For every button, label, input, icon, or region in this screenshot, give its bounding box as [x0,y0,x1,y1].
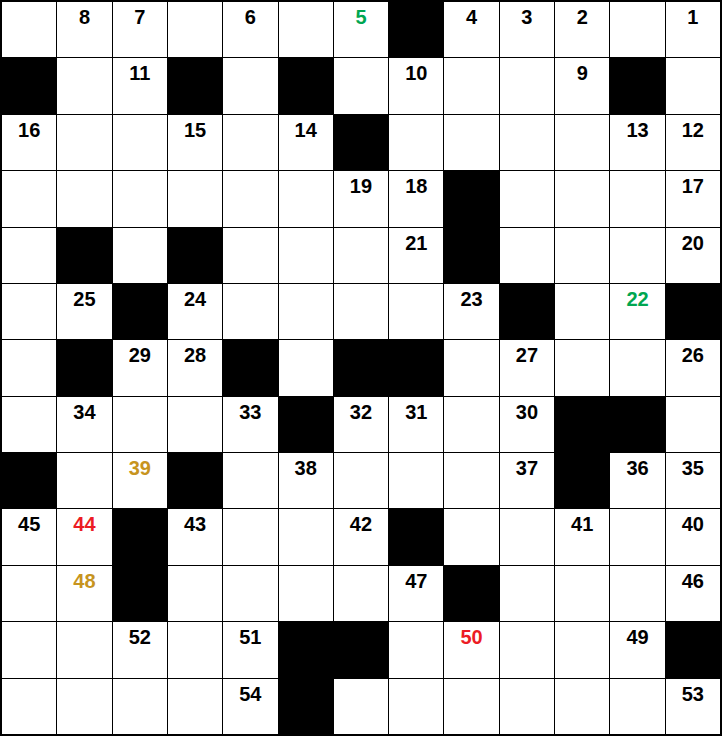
cell-r3c10[interactable] [500,115,554,170]
cell-r1c2[interactable]: 8 [57,2,111,57]
cell-r7c10[interactable]: 27 [500,340,554,395]
clue-number-41: 41 [571,509,593,534]
clue-number-47: 47 [405,566,427,591]
block-cell-r7c7 [334,340,388,395]
clue-number-7: 7 [134,2,145,27]
block-cell-r11c9 [444,566,498,621]
cell-r6c12[interactable]: 22 [610,284,664,339]
cell-r1c12[interactable] [610,2,664,57]
cell-r3c3[interactable] [113,115,167,170]
block-cell-r9c1 [2,453,56,508]
cell-r4c12[interactable] [610,171,664,226]
clue-number-16: 16 [18,115,40,140]
cell-r9c10[interactable]: 37 [500,453,554,508]
clue-number-8: 8 [79,2,90,27]
clue-number-14: 14 [295,115,317,140]
cell-r8c4[interactable] [168,397,222,452]
cell-r7c4[interactable]: 28 [168,340,222,395]
cell-r6c5[interactable] [223,284,277,339]
cell-r11c11[interactable] [555,566,609,621]
cell-r8c2[interactable]: 34 [57,397,111,452]
cell-r4c6[interactable] [279,171,333,226]
block-cell-r4c9 [444,171,498,226]
block-cell-r6c13 [666,284,720,339]
cell-r8c7[interactable]: 32 [334,397,388,452]
clue-number-21: 21 [405,228,427,253]
cell-r5c6[interactable] [279,228,333,283]
cell-r13c11[interactable] [555,679,609,734]
cell-r10c13[interactable]: 40 [666,509,720,564]
cell-r10c9[interactable] [444,509,498,564]
clue-number-3: 3 [521,2,532,27]
cell-r8c8[interactable]: 31 [389,397,443,452]
cell-r6c2[interactable]: 25 [57,284,111,339]
cell-r6c1[interactable] [2,284,56,339]
cell-r7c3[interactable]: 29 [113,340,167,395]
cell-r12c4[interactable] [168,622,222,677]
cell-r12c12[interactable]: 49 [610,622,664,677]
cell-r10c5[interactable] [223,509,277,564]
cell-r6c9[interactable]: 23 [444,284,498,339]
clue-number-29: 29 [129,340,151,365]
cell-r9c6[interactable]: 38 [279,453,333,508]
clue-number-30: 30 [516,397,538,422]
clue-number-42: 42 [350,509,372,534]
clue-number-33: 33 [239,397,261,422]
block-cell-r2c4 [168,58,222,113]
cell-r3c5[interactable] [223,115,277,170]
clue-number-19: 19 [350,171,372,196]
cell-r6c4[interactable]: 24 [168,284,222,339]
cell-r1c1[interactable] [2,2,56,57]
cell-r7c6[interactable] [279,340,333,395]
block-cell-r12c6 [279,622,333,677]
cell-r1c13[interactable]: 1 [666,2,720,57]
cell-r9c2[interactable] [57,453,111,508]
cell-r3c6[interactable]: 14 [279,115,333,170]
cell-r4c11[interactable] [555,171,609,226]
block-cell-r2c1 [2,58,56,113]
clue-number-52: 52 [129,622,151,647]
cell-r13c7[interactable] [334,679,388,734]
clue-number-5: 5 [355,2,366,27]
cell-r5c1[interactable] [2,228,56,283]
cell-r11c7[interactable] [334,566,388,621]
clue-number-22: 22 [626,284,648,309]
cell-r10c12[interactable] [610,509,664,564]
block-cell-r9c11 [555,453,609,508]
block-cell-r2c12 [610,58,664,113]
cell-r11c5[interactable] [223,566,277,621]
cell-r13c13[interactable]: 53 [666,679,720,734]
cell-r10c7[interactable]: 42 [334,509,388,564]
block-cell-r2c6 [279,58,333,113]
cell-r13c10[interactable] [500,679,554,734]
block-cell-r6c10 [500,284,554,339]
cell-r3c4[interactable]: 15 [168,115,222,170]
clue-number-34: 34 [73,397,95,422]
cell-r5c13[interactable]: 20 [666,228,720,283]
cell-r7c9[interactable] [444,340,498,395]
cell-r13c5[interactable]: 54 [223,679,277,734]
clue-number-45: 45 [18,509,40,534]
cell-r11c1[interactable] [2,566,56,621]
cell-r11c8[interactable]: 47 [389,566,443,621]
cell-r2c3[interactable]: 11 [113,58,167,113]
clue-number-46: 46 [682,566,704,591]
cell-r12c10[interactable] [500,622,554,677]
clue-number-18: 18 [405,171,427,196]
cell-r3c2[interactable] [57,115,111,170]
cell-r12c9[interactable]: 50 [444,622,498,677]
cell-r2c5[interactable] [223,58,277,113]
clue-number-37: 37 [516,453,538,478]
cell-r5c7[interactable] [334,228,388,283]
cell-r4c3[interactable] [113,171,167,226]
clue-number-51: 51 [239,622,261,647]
cell-r6c7[interactable] [334,284,388,339]
clue-number-50: 50 [460,622,482,647]
cell-r8c3[interactable] [113,397,167,452]
cell-r13c4[interactable] [168,679,222,734]
cell-r10c10[interactable] [500,509,554,564]
cell-r13c3[interactable] [113,679,167,734]
cell-r2c8[interactable]: 10 [389,58,443,113]
clue-number-49: 49 [626,622,648,647]
cell-r3c12[interactable]: 13 [610,115,664,170]
cell-r3c13[interactable]: 12 [666,115,720,170]
cell-r2c11[interactable]: 9 [555,58,609,113]
cell-r7c11[interactable] [555,340,609,395]
block-cell-r8c6 [279,397,333,452]
clue-number-27: 27 [516,340,538,365]
clue-number-35: 35 [682,453,704,478]
clue-number-20: 20 [682,228,704,253]
cell-r13c8[interactable] [389,679,443,734]
block-cell-r7c5 [223,340,277,395]
cell-r1c3[interactable]: 7 [113,2,167,57]
clue-number-6: 6 [245,2,256,27]
block-cell-r8c12 [610,397,664,452]
cell-r12c2[interactable] [57,622,111,677]
cell-r10c11[interactable]: 41 [555,509,609,564]
cell-r5c11[interactable] [555,228,609,283]
crossword-grid: 8765432111109161514131219181721202524232… [0,0,722,736]
cell-r4c7[interactable]: 19 [334,171,388,226]
cell-r3c11[interactable] [555,115,609,170]
clue-number-26: 26 [682,340,704,365]
cell-r11c10[interactable] [500,566,554,621]
block-cell-r5c2 [57,228,111,283]
cell-r9c13[interactable]: 35 [666,453,720,508]
clue-number-43: 43 [184,509,206,534]
block-cell-r9c4 [168,453,222,508]
block-cell-r1c8 [389,2,443,57]
cell-r6c6[interactable] [279,284,333,339]
cell-r13c2[interactable] [57,679,111,734]
block-cell-r5c4 [168,228,222,283]
block-cell-r6c3 [113,284,167,339]
cell-r2c13[interactable] [666,58,720,113]
clue-number-2: 2 [577,2,588,27]
cell-r5c8[interactable]: 21 [389,228,443,283]
cell-r10c1[interactable]: 45 [2,509,56,564]
cell-r11c13[interactable]: 46 [666,566,720,621]
clue-number-24: 24 [184,284,206,309]
clue-number-11: 11 [129,58,150,83]
cell-r4c13[interactable]: 17 [666,171,720,226]
cell-r9c9[interactable] [444,453,498,508]
cell-r1c7[interactable]: 5 [334,2,388,57]
cell-r5c10[interactable] [500,228,554,283]
clue-number-54: 54 [239,679,261,704]
cell-r4c5[interactable] [223,171,277,226]
cell-r2c10[interactable] [500,58,554,113]
cell-r10c6[interactable] [279,509,333,564]
cell-r3c9[interactable] [444,115,498,170]
clue-number-9: 9 [577,58,588,83]
cell-r2c2[interactable] [57,58,111,113]
block-cell-r8c11 [555,397,609,452]
cell-r12c5[interactable]: 51 [223,622,277,677]
clue-number-32: 32 [350,397,372,422]
cell-r1c9[interactable]: 4 [444,2,498,57]
cell-r7c1[interactable] [2,340,56,395]
clue-number-25: 25 [73,284,95,309]
cell-r4c4[interactable] [168,171,222,226]
cell-r12c11[interactable] [555,622,609,677]
clue-number-48: 48 [73,566,95,591]
cell-r2c7[interactable] [334,58,388,113]
clue-number-40: 40 [682,509,704,534]
cell-r9c7[interactable] [334,453,388,508]
cell-r9c3[interactable]: 39 [113,453,167,508]
cell-r5c5[interactable] [223,228,277,283]
block-cell-r10c3 [113,509,167,564]
cell-r2c9[interactable] [444,58,498,113]
block-cell-r7c8 [389,340,443,395]
block-cell-r5c9 [444,228,498,283]
cell-r5c3[interactable] [113,228,167,283]
clue-number-36: 36 [626,453,648,478]
cell-r12c1[interactable] [2,622,56,677]
cell-r4c1[interactable] [2,171,56,226]
cell-r8c5[interactable]: 33 [223,397,277,452]
clue-number-31: 31 [405,397,427,422]
cell-r3c8[interactable] [389,115,443,170]
cell-r4c10[interactable] [500,171,554,226]
clue-number-53: 53 [682,679,704,704]
clue-number-4: 4 [466,2,477,27]
clue-number-12: 12 [682,115,704,140]
block-cell-r11c3 [113,566,167,621]
clue-number-44: 44 [73,509,95,534]
block-cell-r12c13 [666,622,720,677]
clue-number-38: 38 [295,453,317,478]
cell-r12c3[interactable]: 52 [113,622,167,677]
cell-r11c4[interactable] [168,566,222,621]
clue-number-10: 10 [405,58,427,83]
cell-r8c13[interactable] [666,397,720,452]
clue-number-13: 13 [626,115,648,140]
cell-r8c9[interactable] [444,397,498,452]
cell-r9c8[interactable] [389,453,443,508]
cell-r5c12[interactable] [610,228,664,283]
block-cell-r3c7 [334,115,388,170]
cell-r9c12[interactable]: 36 [610,453,664,508]
block-cell-r10c8 [389,509,443,564]
cell-r1c11[interactable]: 2 [555,2,609,57]
cell-r11c2[interactable]: 48 [57,566,111,621]
cell-r6c11[interactable] [555,284,609,339]
cell-r4c2[interactable] [57,171,111,226]
cell-r10c2[interactable]: 44 [57,509,111,564]
cell-r13c12[interactable] [610,679,664,734]
cell-r3c1[interactable]: 16 [2,115,56,170]
cell-r13c9[interactable] [444,679,498,734]
cell-r7c13[interactable]: 26 [666,340,720,395]
clue-number-17: 17 [682,171,704,196]
block-cell-r12c7 [334,622,388,677]
cell-r11c12[interactable] [610,566,664,621]
cell-r1c4[interactable] [168,2,222,57]
cell-r1c6[interactable] [279,2,333,57]
clue-number-15: 15 [184,115,206,140]
cell-r10c4[interactable]: 43 [168,509,222,564]
clue-number-1: 1 [687,2,698,27]
cell-r11c6[interactable] [279,566,333,621]
clue-number-39: 39 [129,453,151,478]
cell-r4c8[interactable]: 18 [389,171,443,226]
block-cell-r7c2 [57,340,111,395]
cell-r13c1[interactable] [2,679,56,734]
block-cell-r13c6 [279,679,333,734]
cell-r6c8[interactable] [389,284,443,339]
clue-number-28: 28 [184,340,206,365]
cell-r9c5[interactable] [223,453,277,508]
cell-r7c12[interactable] [610,340,664,395]
cell-r1c5[interactable]: 6 [223,2,277,57]
clue-number-23: 23 [460,284,482,309]
cell-r1c10[interactable]: 3 [500,2,554,57]
cell-r12c8[interactable] [389,622,443,677]
cell-r8c10[interactable]: 30 [500,397,554,452]
cell-r8c1[interactable] [2,397,56,452]
